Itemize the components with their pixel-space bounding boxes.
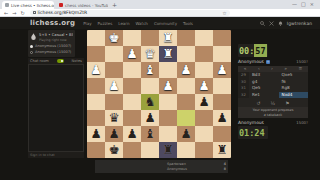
square-f4[interactable] (177, 94, 195, 110)
square-e1[interactable]: ♜ (159, 142, 177, 158)
black-queen: ♛ (108, 110, 119, 126)
black-rook: ♜ (162, 142, 173, 158)
square-d2[interactable]: ♝ (141, 126, 159, 142)
clock-time: 01:24 (238, 128, 265, 138)
new-tab-button[interactable]: + (112, 1, 117, 9)
square-g4[interactable]: ♟ (195, 94, 213, 110)
menu-tools[interactable]: Tools (183, 21, 193, 26)
notifications-bell-icon[interactable] (278, 21, 283, 26)
crosstable-player-name: Spartorean (167, 162, 224, 166)
square-a4[interactable] (87, 94, 105, 110)
maximize-icon[interactable]: □ (301, 1, 310, 7)
white-pawn: ♟ (90, 62, 101, 78)
square-g1[interactable] (195, 142, 213, 158)
black-color-icon (30, 51, 33, 54)
square-h3[interactable]: ♟ (213, 110, 231, 126)
square-e2[interactable] (159, 126, 177, 142)
white-bishop: ♝ (144, 62, 155, 78)
square-f8[interactable] (177, 30, 195, 46)
square-b8[interactable]: ♚ (105, 30, 123, 46)
site-menu: Play Puzzles Learn Watch Community Tools (83, 21, 193, 26)
square-b2[interactable]: ♟ (105, 126, 123, 142)
white-rook: ♜ (162, 46, 173, 62)
username-label[interactable]: Igwtrenkan (287, 21, 312, 26)
bookmark-star-icon[interactable]: ☆ (222, 10, 226, 16)
chat-messages-area[interactable] (28, 64, 84, 152)
black-king: ♚ (108, 142, 119, 158)
black-pawn: ♟ (144, 110, 155, 126)
move-list: 29 Bd3 Qxe5 30 g4 f6 31 Qe5 Rg8 32 Re1 N… (238, 72, 308, 99)
bottom-player-name[interactable]: Anonymous (238, 120, 264, 125)
square-e7[interactable]: ♜ (159, 46, 177, 62)
square-f6[interactable]: ♟ (177, 62, 195, 78)
square-f2[interactable]: ♟ (177, 126, 195, 142)
square-b1[interactable]: ♚ (105, 142, 123, 158)
square-a8[interactable] (87, 30, 105, 46)
browser-tab-bar: Live chess • lichess.org chess videos - … (0, 0, 320, 9)
draw-offer-button[interactable]: ½ (271, 101, 276, 106)
lock-icon (33, 11, 36, 14)
square-h7[interactable] (213, 46, 231, 62)
crosstable-player-name: Anonymous (167, 167, 224, 171)
square-e4[interactable] (159, 94, 177, 110)
chat-notes-tab[interactable]: Notes (72, 59, 82, 63)
reload-icon[interactable]: ↻ (20, 10, 24, 16)
black-player-line[interactable]: Anonymous (1500?) (30, 50, 73, 54)
game-action-buttons: ↺ ½ ⚑ (238, 99, 308, 107)
square-g5[interactable]: ♟ (195, 78, 213, 94)
takeback-notice: Your opponent proposes a takeback (238, 107, 308, 118)
square-g2[interactable] (195, 126, 213, 142)
forward-icon[interactable]: → (12, 10, 16, 16)
square-f5[interactable] (177, 78, 195, 94)
black-pawn: ♟ (126, 126, 137, 142)
square-f7[interactable] (177, 46, 195, 62)
game-status-label: Playing right now (39, 38, 73, 42)
browser-tab-active[interactable]: Live chess • lichess.org (2, 1, 54, 9)
resign-flag-button[interactable]: ⚑ (285, 101, 289, 106)
black-clock: 00: 57 (238, 44, 268, 57)
square-a5[interactable] (87, 78, 105, 94)
top-player-rating: 1500? (296, 59, 308, 64)
browser-tab-inactive[interactable]: chess videos - YouTube (56, 1, 108, 9)
white-pawn: ♟ (162, 78, 173, 94)
square-e5[interactable]: ♟ (159, 78, 177, 94)
square-d7[interactable]: ♛ (141, 46, 159, 62)
square-f1[interactable] (177, 142, 195, 158)
white-player-name: Anonymous (1500?) (35, 44, 71, 48)
site-logo[interactable]: lichess.org (30, 19, 75, 27)
search-icon[interactable] (260, 21, 265, 26)
crosstable: Spartorean 4 Anonymous 8 (95, 160, 228, 173)
chat-room-tab[interactable]: Chat room (30, 59, 49, 63)
current-move[interactable]: Nxd4 (279, 92, 309, 99)
white-move[interactable]: Re1 (249, 92, 279, 99)
white-clock: 01:24 (238, 126, 268, 139)
square-d3[interactable]: ♟ (141, 110, 159, 126)
tab-title: Live chess • lichess.org (11, 3, 54, 8)
square-h2[interactable] (213, 126, 231, 142)
square-a2[interactable]: ♟ (87, 126, 105, 142)
square-g8[interactable] (195, 30, 213, 46)
url-field[interactable]: lichess.org/8FkQmZtR ☆ (30, 10, 230, 16)
square-b7[interactable] (105, 46, 123, 62)
square-f3[interactable] (177, 110, 195, 126)
square-d6[interactable]: ♝ (141, 62, 159, 78)
square-b3[interactable]: ♛ (105, 110, 123, 126)
menu-puzzles[interactable]: Puzzles (98, 21, 113, 26)
square-c2[interactable]: ♟ (123, 126, 141, 142)
square-c7[interactable]: ♟ (123, 46, 141, 62)
top-player-bar: Anonymous + 1500? (238, 58, 308, 65)
square-h6[interactable]: ♟ (213, 62, 231, 78)
bottom-player-bar: Anonymous 1500? (238, 119, 308, 126)
blitz-flame-icon (30, 32, 37, 41)
clock-minutes: 00: (238, 46, 254, 56)
menu-watch[interactable]: Watch (135, 21, 147, 26)
black-pawn: ♟ (180, 126, 191, 142)
crosstable-row[interactable]: Anonymous 8 (97, 166, 226, 171)
black-knight: ♞ (144, 94, 155, 110)
square-e6[interactable] (159, 62, 177, 78)
square-h8[interactable] (213, 30, 231, 46)
square-h1[interactable]: ♜ (213, 142, 231, 158)
menu-play[interactable]: Play (83, 21, 91, 26)
youtube-favicon-icon (59, 3, 63, 7)
crosstable-score: 4 (224, 162, 226, 166)
white-player-line[interactable]: Anonymous (1500?) (30, 44, 73, 48)
square-c1[interactable] (123, 142, 141, 158)
globe-favicon-icon (5, 3, 9, 7)
white-pawn: ♟ (126, 46, 137, 62)
square-a1[interactable] (87, 142, 105, 158)
tab-title: chess videos - YouTube (65, 3, 108, 8)
square-c3[interactable] (123, 110, 141, 126)
black-player-name: Anonymous (1500?) (35, 50, 71, 54)
square-a7[interactable] (87, 46, 105, 62)
square-h4[interactable] (213, 94, 231, 110)
square-g3[interactable] (195, 110, 213, 126)
white-pawn: ♟ (108, 78, 119, 94)
white-rook: ♜ (162, 30, 173, 46)
takeback-button[interactable]: ↺ (257, 101, 261, 106)
game-setup-label: 5+3 • Casual • Blitz (39, 32, 73, 37)
square-b6[interactable] (105, 62, 123, 78)
square-h5[interactable] (213, 78, 231, 94)
white-color-icon (30, 45, 33, 48)
screen: Live chess • lichess.org chess videos - … (0, 0, 320, 180)
black-bishop: ♝ (144, 126, 155, 142)
black-pawn: ♟ (90, 126, 101, 142)
browser-address-bar: ← → ↻ lichess.org/8FkQmZtR ☆ ▣ ⋮ (0, 9, 320, 17)
back-icon[interactable]: ← (4, 10, 8, 16)
move-number: 32 (238, 92, 249, 99)
game-info-box: 5+3 • Casual • Blitz Playing right now A… (28, 30, 75, 57)
square-d8[interactable] (141, 30, 159, 46)
top-player-name[interactable]: Anonymous (238, 59, 264, 64)
white-pawn: ♟ (216, 62, 227, 78)
url-text: lichess.org/8FkQmZtR (38, 10, 88, 15)
black-pawn: ♟ (108, 126, 119, 142)
minimize-icon[interactable]: — (292, 1, 301, 7)
square-d4[interactable]: ♞ (141, 94, 159, 110)
chess-board[interactable]: ♚♜♟♛♜♟♝♟♟♟♟♟♞♟♛♟♟♟♟♟♝♟♚♜♜ (87, 30, 231, 158)
menu-community[interactable]: Community (154, 21, 177, 26)
challenge-icon[interactable] (269, 21, 274, 26)
move-row: 32 Re1 Nxd4 (238, 92, 308, 99)
square-d1[interactable] (141, 142, 159, 158)
bottom-player-rating: 1500? (296, 120, 308, 125)
give-time-icon[interactable]: + (266, 60, 270, 64)
white-king: ♚ (108, 30, 119, 46)
chat-signin-label[interactable]: Sign in to chat (28, 152, 84, 158)
white-queen: ♛ (144, 46, 155, 62)
square-c4[interactable] (123, 94, 141, 110)
white-pawn: ♟ (198, 78, 209, 94)
square-c6[interactable] (123, 62, 141, 78)
square-c8[interactable] (123, 30, 141, 46)
square-a6[interactable]: ♟ (87, 62, 105, 78)
white-pawn: ♟ (180, 62, 191, 78)
clock-seconds: 57 (254, 44, 266, 57)
site-navbar: lichess.org Play Puzzles Learn Watch Com… (0, 17, 320, 29)
square-c5[interactable] (123, 78, 141, 94)
notice-line: a takeback (264, 113, 283, 118)
crosstable-score: 8 (224, 167, 226, 171)
chat-toggle[interactable] (57, 59, 64, 63)
black-rook: ♜ (216, 142, 227, 158)
square-a3[interactable] (87, 110, 105, 126)
black-pawn: ♟ (198, 94, 209, 110)
square-e8[interactable]: ♜ (159, 30, 177, 46)
square-g7[interactable] (195, 46, 213, 62)
menu-learn[interactable]: Learn (118, 21, 129, 26)
square-d5[interactable] (141, 78, 159, 94)
square-b4[interactable] (105, 94, 123, 110)
window-controls[interactable]: —□× (292, 0, 318, 9)
square-b5[interactable]: ♟ (105, 78, 123, 94)
close-icon[interactable]: × (310, 1, 318, 7)
square-e3[interactable] (159, 110, 177, 126)
black-pawn: ♟ (216, 110, 227, 126)
square-g6[interactable] (195, 62, 213, 78)
